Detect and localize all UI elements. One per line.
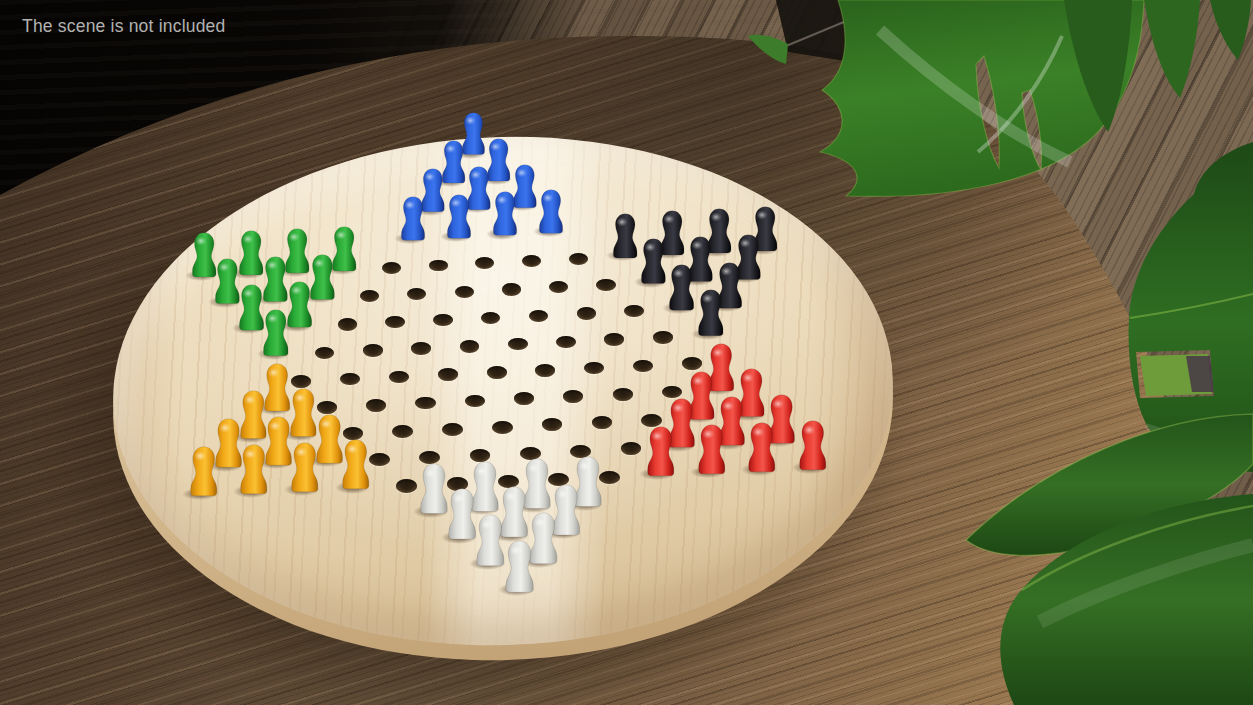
- peg-highlight: [219, 423, 231, 433]
- peg-highlight: [692, 375, 704, 385]
- peg-highlight: [268, 367, 280, 377]
- watermark-text: The scene is not included: [22, 16, 225, 37]
- peg-blue[interactable]: [399, 196, 427, 241]
- peg-white[interactable]: [474, 514, 507, 566]
- peg-yellow[interactable]: [340, 439, 372, 489]
- peg-highlight: [509, 545, 522, 556]
- peg-highlight: [616, 217, 627, 226]
- peg-yellow[interactable]: [238, 444, 270, 494]
- peg-highlight: [702, 429, 714, 439]
- peg-red[interactable]: [797, 420, 829, 470]
- peg-green[interactable]: [261, 309, 291, 356]
- peg-highlight: [496, 196, 507, 205]
- peg-black[interactable]: [639, 238, 668, 284]
- peg-highlight: [450, 198, 461, 207]
- peg-highlight: [465, 117, 475, 126]
- peg-highlight: [516, 168, 527, 177]
- peg-highlight: [527, 463, 539, 473]
- peg-highlight: [471, 170, 482, 179]
- peg-highlight: [336, 230, 347, 239]
- peg-highlight: [644, 243, 655, 252]
- peg-highlight: [244, 395, 256, 405]
- peg-highlight: [445, 144, 456, 153]
- peg-highlight: [772, 399, 784, 409]
- peg-yellow[interactable]: [188, 446, 220, 496]
- peg-highlight: [578, 461, 590, 471]
- peg-highlight: [757, 210, 768, 219]
- peg-black[interactable]: [611, 213, 639, 259]
- peg-highlight: [244, 449, 256, 459]
- peg-red[interactable]: [746, 422, 778, 472]
- peg-black[interactable]: [667, 264, 696, 311]
- peg-highlight: [295, 447, 307, 457]
- peg-highlight: [346, 444, 358, 454]
- peg-highlight: [319, 419, 331, 429]
- peg-highlight: [480, 519, 493, 529]
- peg-highlight: [424, 468, 436, 478]
- peg-highlight: [452, 493, 465, 503]
- peg-highlight: [194, 451, 206, 461]
- peg-highlight: [242, 235, 253, 244]
- peg-highlight: [803, 425, 815, 435]
- peg-white[interactable]: [503, 540, 536, 593]
- pegs-layer: [0, 0, 1253, 705]
- peg-highlight: [533, 517, 546, 527]
- peg-highlight: [425, 172, 436, 181]
- peg-highlight: [195, 237, 206, 246]
- peg-highlight: [490, 142, 501, 151]
- peg-red[interactable]: [696, 424, 728, 474]
- peg-highlight: [543, 194, 554, 203]
- peg-highlight: [673, 268, 684, 277]
- peg-highlight: [556, 489, 569, 499]
- peg-highlight: [752, 427, 764, 437]
- peg-highlight: [404, 200, 415, 209]
- peg-highlight: [692, 241, 703, 250]
- peg-highlight: [269, 421, 281, 431]
- peg-highlight: [294, 393, 306, 403]
- scene: The scene is not included: [0, 0, 1253, 705]
- peg-highlight: [663, 215, 674, 224]
- peg-highlight: [710, 213, 721, 222]
- peg-highlight: [243, 288, 254, 297]
- peg-highlight: [290, 286, 301, 295]
- peg-highlight: [722, 401, 734, 411]
- peg-highlight: [721, 266, 732, 275]
- peg-blue[interactable]: [491, 191, 519, 236]
- peg-highlight: [475, 466, 487, 476]
- peg-highlight: [289, 232, 300, 241]
- peg-highlight: [504, 491, 517, 501]
- peg-highlight: [267, 314, 278, 323]
- peg-highlight: [651, 431, 663, 441]
- peg-highlight: [313, 258, 324, 267]
- peg-red[interactable]: [645, 426, 677, 476]
- peg-highlight: [702, 294, 713, 303]
- peg-blue[interactable]: [537, 189, 565, 234]
- peg-highlight: [266, 260, 277, 269]
- peg-highlight: [739, 238, 750, 247]
- peg-yellow[interactable]: [289, 442, 321, 492]
- peg-highlight: [219, 263, 230, 272]
- peg-highlight: [712, 348, 724, 358]
- peg-black[interactable]: [696, 289, 726, 336]
- peg-highlight: [672, 403, 684, 413]
- peg-highlight: [742, 373, 754, 383]
- peg-blue[interactable]: [445, 194, 473, 239]
